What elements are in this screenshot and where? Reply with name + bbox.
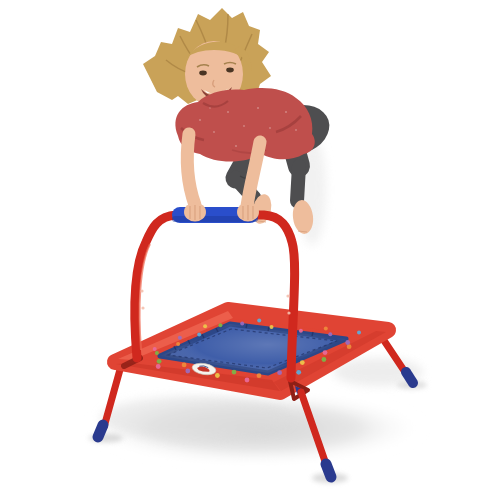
pattern-dot	[185, 369, 190, 374]
pattern-dot	[155, 351, 159, 355]
foot-cap-left	[98, 425, 103, 437]
pattern-dot	[182, 363, 187, 368]
pattern-dot	[300, 360, 305, 365]
pattern-dot	[257, 373, 262, 378]
product-illustration	[0, 0, 500, 500]
girl-left-arm	[187, 134, 195, 205]
pattern-dot	[156, 364, 161, 369]
pattern-dot	[323, 350, 328, 355]
pattern-dot	[328, 332, 332, 336]
girl-right-shin	[297, 166, 299, 201]
pattern-dot	[257, 318, 261, 322]
pattern-dot	[240, 322, 244, 326]
pattern-dot	[232, 370, 237, 375]
pattern-dot	[197, 333, 201, 337]
pattern-dot	[218, 323, 222, 327]
pattern-dot	[157, 359, 162, 364]
trampoline-bed	[115, 310, 388, 399]
pattern-dot	[357, 331, 361, 335]
shadow-dense	[100, 396, 290, 440]
pattern-dot	[178, 336, 182, 340]
pattern-dot	[322, 357, 327, 362]
product-photo	[0, 0, 500, 500]
foot-cap-right	[406, 372, 413, 383]
pattern-dot	[153, 347, 157, 351]
pattern-dot	[347, 344, 352, 349]
pattern-dot	[345, 340, 350, 345]
pattern-dot	[245, 378, 250, 383]
pattern-dot	[299, 329, 303, 333]
foot-cap-front	[326, 464, 331, 477]
pattern-dot	[215, 373, 220, 378]
pattern-dot	[270, 325, 274, 329]
pattern-dot	[296, 370, 301, 375]
pattern-dot	[324, 327, 328, 331]
pattern-dot	[203, 324, 207, 328]
pattern-dot	[277, 370, 282, 375]
pattern-dot	[176, 342, 180, 346]
